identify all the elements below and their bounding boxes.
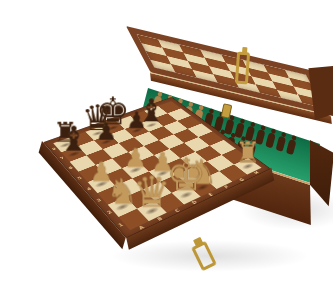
stored-piece-dark [255,129,266,145]
brass-latch-icon [235,52,250,85]
stored-piece-dark [276,136,287,152]
stored-piece-dark [265,132,276,148]
stored-piece-dark [286,139,297,155]
product-scene: ABCDEFGH 87654321 ♜♛♚♝♟♟♝♟♟♟♞♛♚♞♜ [0,0,333,285]
